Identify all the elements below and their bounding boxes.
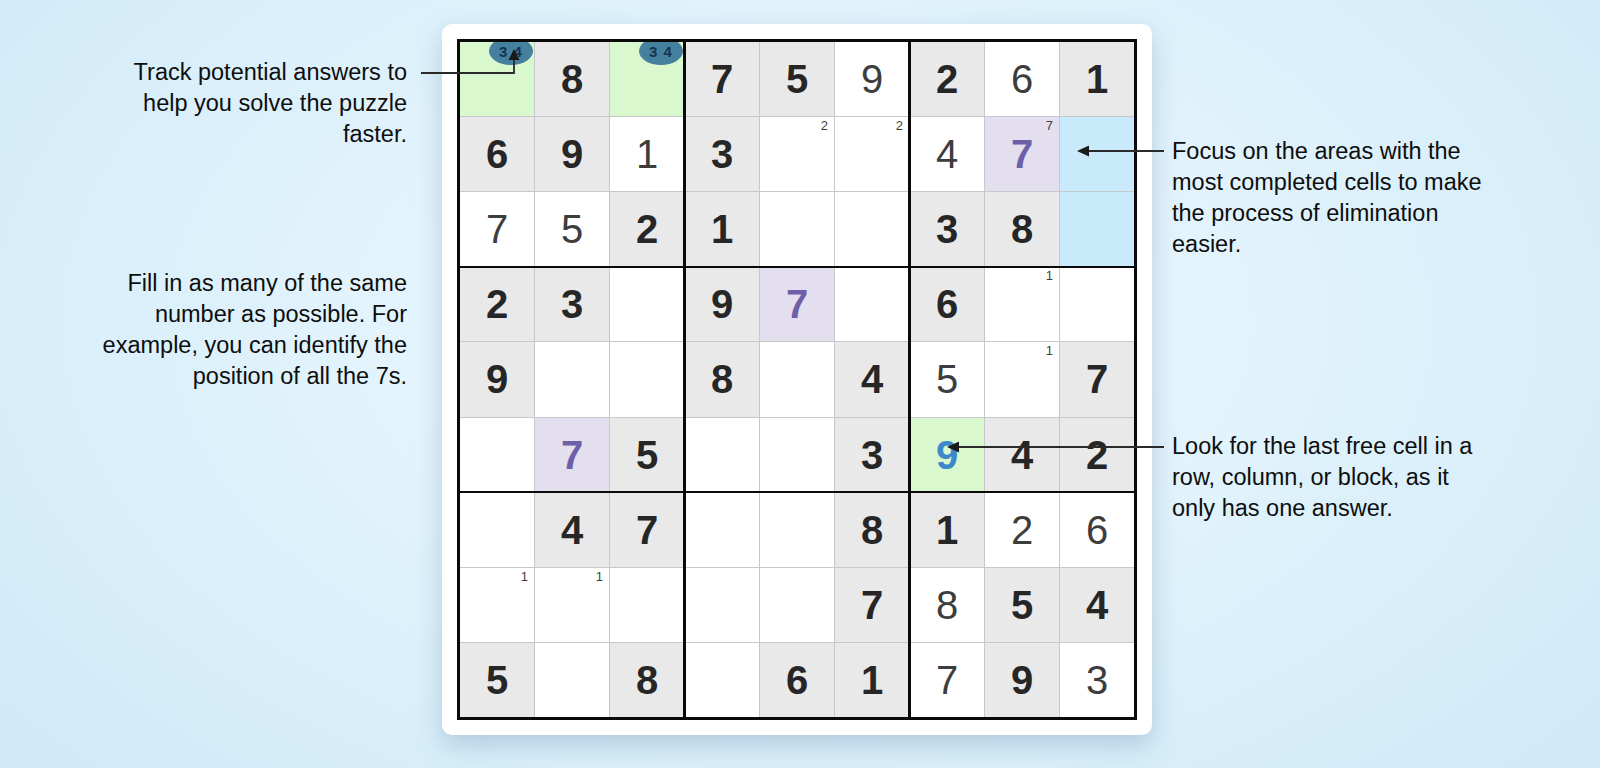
cell-r3c8[interactable]: 8 [985, 192, 1059, 266]
cell-r7c1[interactable] [460, 493, 534, 567]
digit: 7 [936, 660, 958, 700]
notes-badge: 3 4 [639, 39, 683, 65]
digit: 2 [486, 284, 508, 324]
annotation-track-potential-answers: Track potential answers to help you solv… [63, 57, 407, 150]
digit: 4 [561, 510, 583, 550]
block-border [683, 42, 686, 717]
digit: 6 [486, 134, 508, 174]
digit: 1 [636, 134, 658, 174]
cell-r1c9[interactable]: 1 [1060, 42, 1134, 116]
cell-r3c7[interactable]: 3 [910, 192, 984, 266]
cell-r6c4[interactable] [685, 418, 759, 492]
digit: 9 [936, 435, 958, 475]
page-background: { "game": "sudoku", "position": ".8.7592… [0, 0, 1600, 768]
digit: 7 [1011, 134, 1033, 174]
digit: 5 [1011, 585, 1033, 625]
cell-r8c7[interactable]: 8 [910, 568, 984, 642]
cell-r3c6[interactable] [835, 192, 909, 266]
digit: 5 [636, 435, 658, 475]
cell-r3c1[interactable]: 7 [460, 192, 534, 266]
digit: 9 [561, 134, 583, 174]
cell-r4c2[interactable]: 3 [535, 267, 609, 341]
digit: 5 [936, 359, 958, 399]
cell-r8c3[interactable] [610, 568, 684, 642]
pencil-mark: 2 [821, 119, 828, 132]
cell-r1c7[interactable]: 2 [910, 42, 984, 116]
cell-r7c7[interactable]: 1 [910, 493, 984, 567]
cell-r4c7[interactable]: 6 [910, 267, 984, 341]
pencil-mark: 2 [896, 119, 903, 132]
digit: 1 [711, 209, 733, 249]
digit: 4 [1086, 585, 1108, 625]
digit: 9 [711, 284, 733, 324]
cell-r9c5[interactable]: 6 [760, 643, 834, 717]
cell-r7c3[interactable]: 7 [610, 493, 684, 567]
cell-r3c2[interactable]: 5 [535, 192, 609, 266]
cell-r6c6[interactable]: 3 [835, 418, 909, 492]
cell-r8c8[interactable]: 5 [985, 568, 1059, 642]
cell-r1c3[interactable]: 3 4 [610, 42, 684, 116]
cell-r1c5[interactable]: 5 [760, 42, 834, 116]
block-border [460, 491, 1134, 494]
cell-r3c4[interactable]: 1 [685, 192, 759, 266]
notes-badge: 3 4 [489, 39, 533, 65]
cell-r1c6[interactable]: 9 [835, 42, 909, 116]
digit: 1 [1086, 59, 1108, 99]
digit: 4 [1011, 435, 1033, 475]
digit: 8 [861, 510, 883, 550]
digit: 4 [936, 134, 958, 174]
digit: 2 [1011, 510, 1033, 550]
cell-r2c5[interactable]: 2 [760, 117, 834, 191]
digit: 7 [561, 435, 583, 475]
pencil-mark: 1 [1046, 344, 1053, 357]
cell-r7c8[interactable]: 2 [985, 493, 1059, 567]
cell-r4c3[interactable] [610, 267, 684, 341]
cell-r8c1[interactable]: 1 [460, 568, 534, 642]
digit: 5 [486, 660, 508, 700]
digit: 8 [936, 585, 958, 625]
cell-r5c6[interactable]: 4 [835, 342, 909, 416]
cell-r9c2[interactable] [535, 643, 609, 717]
digit: 8 [1011, 209, 1033, 249]
cell-r7c2[interactable]: 4 [535, 493, 609, 567]
cell-r4c4[interactable]: 9 [685, 267, 759, 341]
digit: 6 [786, 660, 808, 700]
digit: 1 [861, 660, 883, 700]
cell-r5c2[interactable] [535, 342, 609, 416]
digit: 3 [936, 209, 958, 249]
digit: 1 [936, 510, 958, 550]
cell-r1c8[interactable]: 6 [985, 42, 1059, 116]
pencil-mark: 1 [596, 570, 603, 583]
cell-r9c7[interactable]: 7 [910, 643, 984, 717]
cell-r7c5[interactable] [760, 493, 834, 567]
digit: 7 [711, 59, 733, 99]
cell-r2c6[interactable]: 2 [835, 117, 909, 191]
digit: 7 [636, 510, 658, 550]
block-border [908, 42, 911, 717]
digit: 5 [786, 59, 808, 99]
cell-r5c7[interactable]: 5 [910, 342, 984, 416]
cell-r5c8[interactable]: 1 [985, 342, 1059, 416]
cell-r2c1[interactable]: 6 [460, 117, 534, 191]
cell-r2c4[interactable]: 3 [685, 117, 759, 191]
cell-r4c6[interactable] [835, 267, 909, 341]
cell-r6c7[interactable]: 9 [910, 418, 984, 492]
digit: 8 [636, 660, 658, 700]
cell-r4c1[interactable]: 2 [460, 267, 534, 341]
digit: 6 [1011, 59, 1033, 99]
cell-r5c3[interactable] [610, 342, 684, 416]
digit: 2 [636, 209, 658, 249]
cell-r6c8[interactable]: 4 [985, 418, 1059, 492]
cell-r8c9[interactable]: 4 [1060, 568, 1134, 642]
cell-r3c9[interactable] [1060, 192, 1134, 266]
cell-r1c4[interactable]: 7 [685, 42, 759, 116]
cell-r9c9[interactable]: 3 [1060, 643, 1134, 717]
sudoku-board: 3 483 4759261691322477752138239761984517… [457, 39, 1137, 720]
annotation-fill-same-number: Fill in as many of the same number as po… [50, 268, 407, 392]
digit: 7 [861, 585, 883, 625]
cell-r8c2[interactable]: 1 [535, 568, 609, 642]
cell-r3c5[interactable] [760, 192, 834, 266]
digit: 6 [936, 284, 958, 324]
cell-r7c6[interactable]: 8 [835, 493, 909, 567]
pencil-mark: 1 [521, 570, 528, 583]
cell-r2c3[interactable]: 1 [610, 117, 684, 191]
digit: 7 [1086, 359, 1108, 399]
digit: 2 [1086, 435, 1108, 475]
digit: 6 [1086, 510, 1108, 550]
cell-r5c4[interactable]: 8 [685, 342, 759, 416]
cell-r1c1[interactable]: 3 4 [460, 42, 534, 116]
cell-r4c8[interactable]: 1 [985, 267, 1059, 341]
cell-r9c3[interactable]: 8 [610, 643, 684, 717]
pencil-mark: 1 [1046, 269, 1053, 282]
cell-r6c2[interactable]: 7 [535, 418, 609, 492]
cell-r6c9[interactable]: 2 [1060, 418, 1134, 492]
cell-r5c9[interactable]: 7 [1060, 342, 1134, 416]
annotation-focus-completed-areas: Focus on the areas with the most complet… [1172, 136, 1572, 260]
cell-r5c1[interactable]: 9 [460, 342, 534, 416]
digit: 7 [786, 284, 808, 324]
digit: 3 [861, 435, 883, 475]
digit: 3 [1086, 660, 1108, 700]
cell-r2c8[interactable]: 77 [985, 117, 1059, 191]
cell-r6c5[interactable] [760, 418, 834, 492]
cell-r6c1[interactable] [460, 418, 534, 492]
digit: 9 [1011, 660, 1033, 700]
cell-r7c4[interactable] [685, 493, 759, 567]
digit: 5 [561, 209, 583, 249]
cell-r4c5[interactable]: 7 [760, 267, 834, 341]
digit: 3 [561, 284, 583, 324]
digit: 2 [936, 59, 958, 99]
cell-r1c2[interactable]: 8 [535, 42, 609, 116]
digit: 8 [711, 359, 733, 399]
cell-r2c2[interactable]: 9 [535, 117, 609, 191]
digit: 9 [861, 59, 883, 99]
cell-r3c3[interactable]: 2 [610, 192, 684, 266]
digit: 8 [561, 59, 583, 99]
cell-r8c6[interactable]: 7 [835, 568, 909, 642]
cell-r2c9[interactable] [1060, 117, 1134, 191]
pencil-mark: 7 [1046, 119, 1053, 132]
cell-r8c4[interactable] [685, 568, 759, 642]
digit: 7 [486, 209, 508, 249]
cell-r8c5[interactable] [760, 568, 834, 642]
cell-r2c7[interactable]: 4 [910, 117, 984, 191]
cell-r5c5[interactable] [760, 342, 834, 416]
cell-r9c6[interactable]: 1 [835, 643, 909, 717]
digit: 4 [861, 359, 883, 399]
cell-r9c8[interactable]: 9 [985, 643, 1059, 717]
cell-r6c3[interactable]: 5 [610, 418, 684, 492]
cell-r7c9[interactable]: 6 [1060, 493, 1134, 567]
digit: 9 [486, 359, 508, 399]
digit: 3 [711, 134, 733, 174]
cell-r9c4[interactable] [685, 643, 759, 717]
block-border [460, 266, 1134, 269]
cell-r9c1[interactable]: 5 [460, 643, 534, 717]
cell-r4c9[interactable] [1060, 267, 1134, 341]
annotation-last-free-cell: Look for the last free cell in a row, co… [1172, 431, 1572, 524]
